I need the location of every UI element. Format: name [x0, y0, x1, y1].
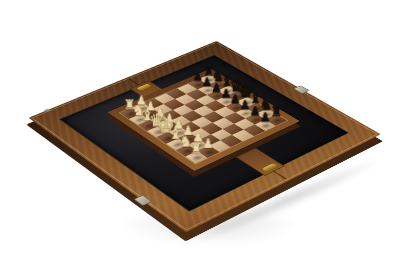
- piece-black-pawn[interactable]: ♟: [259, 111, 270, 124]
- perspective-stage: ♜♟♟♜♞♟♟♞♝♟♟♝♛♟♟♛♚♟♟♚♝♟♟♝♞♟♟♞♜♟♟♜: [0, 0, 400, 267]
- piece-white-rook[interactable]: ♜: [190, 141, 203, 155]
- box-frame: ♜♟♟♜♞♟♟♞♝♟♟♝♛♟♟♛♚♟♟♚♝♟♟♝♞♟♟♞♜♟♟♜: [29, 41, 381, 232]
- piece-black-rook[interactable]: ♜: [270, 105, 282, 119]
- folding-chess-box: ♜♟♟♜♞♟♟♞♝♟♟♝♛♟♟♛♚♟♟♚♝♟♟♝♞♟♟♞♜♟♟♜: [29, 41, 381, 232]
- piece-white-pawn[interactable]: ♟: [202, 137, 214, 150]
- chess-set-photo: ♜♟♟♜♞♟♟♞♝♟♟♝♛♟♟♛♚♟♟♚♝♟♟♝♞♟♟♞♜♟♟♜: [0, 0, 400, 267]
